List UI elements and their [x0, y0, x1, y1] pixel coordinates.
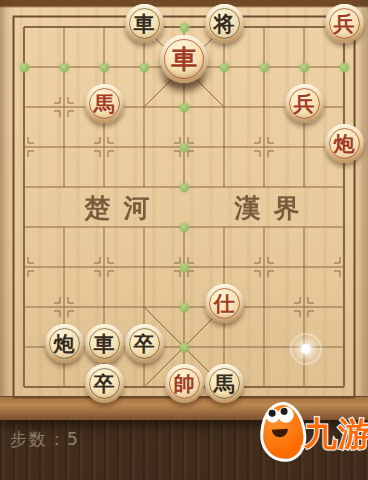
piece-black-general[interactable]: 将 [205, 4, 244, 43]
piece-character: 馬 [94, 93, 115, 114]
river-label-right: 漢界 [212, 191, 322, 226]
move-hint-dot[interactable] [180, 263, 189, 272]
move-hint-dot[interactable] [340, 63, 349, 72]
move-hint-dot[interactable] [100, 63, 109, 72]
piece-red-soldier[interactable]: 兵 [285, 84, 324, 123]
piece-character: 帥 [174, 373, 195, 394]
piece-character: 仕 [214, 293, 235, 314]
move-hint-dot[interactable] [300, 63, 309, 72]
cursor-sparkle [290, 333, 322, 365]
piece-character: 車 [171, 46, 197, 72]
jiuyou-logo-text: 九游 [304, 412, 368, 457]
piece-red-advisor[interactable]: 仕 [205, 284, 244, 323]
move-hint-dot[interactable] [60, 63, 69, 72]
piece-black-soldier[interactable]: 卒 [125, 324, 164, 363]
piece-character: 兵 [334, 13, 355, 34]
piece-character: 馬 [214, 373, 235, 394]
move-counter-label: 步数： [10, 429, 67, 449]
game-screen: 楚河 漢界 車将兵車馬兵炮仕炮車卒卒帥馬 步数：5 九游 [0, 0, 368, 480]
move-hint-dot[interactable] [180, 303, 189, 312]
piece-black-horse[interactable]: 馬 [205, 364, 244, 403]
piece-red-chariot[interactable]: 車 [160, 35, 208, 83]
move-hint-dot[interactable] [140, 63, 149, 72]
move-counter-value: 5 [67, 429, 80, 449]
piece-black-soldier[interactable]: 卒 [85, 364, 124, 403]
mascot-mouth [272, 429, 289, 438]
piece-red-soldier[interactable]: 兵 [325, 4, 364, 43]
piece-character: 将 [214, 13, 235, 34]
move-hint-dot[interactable] [180, 143, 189, 152]
piece-character: 炮 [54, 333, 75, 354]
piece-black-cannon[interactable]: 炮 [45, 324, 84, 363]
move-hint-dot[interactable] [260, 63, 269, 72]
move-counter: 步数：5 [10, 428, 80, 451]
piece-character: 炮 [334, 133, 355, 154]
piece-black-chariot[interactable]: 車 [125, 4, 164, 43]
piece-black-chariot[interactable]: 車 [85, 324, 124, 363]
piece-red-general[interactable]: 帥 [165, 364, 204, 403]
jiuyou-watermark: 九游 [252, 398, 368, 468]
piece-character: 車 [134, 13, 155, 34]
river-label-left: 楚河 [62, 191, 172, 226]
mascot-eye [277, 406, 294, 423]
jiuyou-mascot-icon [258, 400, 308, 463]
xiangqi-board[interactable]: 楚河 漢界 車将兵車馬兵炮仕炮車卒卒帥馬 [0, 0, 368, 420]
move-hint-dot[interactable] [20, 63, 29, 72]
move-hint-dot[interactable] [220, 63, 229, 72]
move-hint-dot[interactable] [180, 223, 189, 232]
piece-red-cannon[interactable]: 炮 [325, 124, 364, 163]
move-hint-dot[interactable] [180, 343, 189, 352]
move-hint-dot[interactable] [180, 103, 189, 112]
piece-character: 卒 [94, 373, 115, 394]
piece-character: 兵 [294, 93, 315, 114]
piece-red-horse[interactable]: 馬 [85, 84, 124, 123]
move-hint-dot[interactable] [180, 23, 189, 32]
piece-character: 卒 [134, 333, 155, 354]
move-hint-dot[interactable] [180, 183, 189, 192]
piece-character: 車 [94, 333, 115, 354]
